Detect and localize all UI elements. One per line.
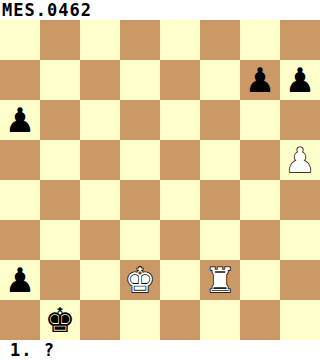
square-c7[interactable]	[80, 60, 120, 100]
square-g7[interactable]: ♟	[240, 60, 280, 100]
square-h5[interactable]: ♟	[280, 140, 320, 180]
square-g1[interactable]	[240, 300, 280, 340]
square-f3[interactable]	[200, 220, 240, 260]
white-king[interactable]: ♚	[125, 260, 155, 300]
square-e1[interactable]	[160, 300, 200, 340]
square-h7[interactable]: ♟	[280, 60, 320, 100]
black-pawn[interactable]: ♟	[245, 60, 275, 100]
square-d5[interactable]	[120, 140, 160, 180]
chess-diagram: MES.0462 ♟♟♟♟♟♚♜♚ 1. ?	[0, 0, 320, 360]
white-rook[interactable]: ♜	[205, 260, 235, 300]
square-c5[interactable]	[80, 140, 120, 180]
square-h6[interactable]	[280, 100, 320, 140]
square-h3[interactable]	[280, 220, 320, 260]
square-d8[interactable]	[120, 20, 160, 60]
square-d6[interactable]	[120, 100, 160, 140]
black-pawn[interactable]: ♟	[5, 100, 35, 140]
square-f5[interactable]	[200, 140, 240, 180]
square-f7[interactable]	[200, 60, 240, 100]
square-b6[interactable]	[40, 100, 80, 140]
square-f8[interactable]	[200, 20, 240, 60]
square-b8[interactable]	[40, 20, 80, 60]
square-a4[interactable]	[0, 180, 40, 220]
black-pawn[interactable]: ♟	[285, 60, 315, 100]
square-a5[interactable]	[0, 140, 40, 180]
square-c8[interactable]	[80, 20, 120, 60]
square-a7[interactable]	[0, 60, 40, 100]
black-king[interactable]: ♚	[45, 300, 75, 340]
square-g3[interactable]	[240, 220, 280, 260]
square-g8[interactable]	[240, 20, 280, 60]
square-f1[interactable]	[200, 300, 240, 340]
square-a3[interactable]	[0, 220, 40, 260]
square-f4[interactable]	[200, 180, 240, 220]
square-e5[interactable]	[160, 140, 200, 180]
black-pawn[interactable]: ♟	[5, 260, 35, 300]
square-h2[interactable]	[280, 260, 320, 300]
square-d4[interactable]	[120, 180, 160, 220]
square-c1[interactable]	[80, 300, 120, 340]
square-d3[interactable]	[120, 220, 160, 260]
square-a8[interactable]	[0, 20, 40, 60]
square-d1[interactable]	[120, 300, 160, 340]
square-e3[interactable]	[160, 220, 200, 260]
square-b4[interactable]	[40, 180, 80, 220]
square-d7[interactable]	[120, 60, 160, 100]
square-c4[interactable]	[80, 180, 120, 220]
square-f2[interactable]: ♜	[200, 260, 240, 300]
diagram-title: MES.0462	[0, 0, 320, 20]
move-prompt: 1. ?	[0, 340, 320, 360]
square-g5[interactable]	[240, 140, 280, 180]
square-d2[interactable]: ♚	[120, 260, 160, 300]
square-e2[interactable]	[160, 260, 200, 300]
square-h1[interactable]	[280, 300, 320, 340]
white-pawn[interactable]: ♟	[285, 140, 315, 180]
square-e4[interactable]	[160, 180, 200, 220]
square-h4[interactable]	[280, 180, 320, 220]
square-h8[interactable]	[280, 20, 320, 60]
chess-board[interactable]: ♟♟♟♟♟♚♜♚	[0, 20, 320, 340]
square-g2[interactable]	[240, 260, 280, 300]
square-b3[interactable]	[40, 220, 80, 260]
square-c6[interactable]	[80, 100, 120, 140]
square-b7[interactable]	[40, 60, 80, 100]
square-c3[interactable]	[80, 220, 120, 260]
square-c2[interactable]	[80, 260, 120, 300]
square-b2[interactable]	[40, 260, 80, 300]
square-e7[interactable]	[160, 60, 200, 100]
square-e8[interactable]	[160, 20, 200, 60]
square-a6[interactable]: ♟	[0, 100, 40, 140]
square-a2[interactable]: ♟	[0, 260, 40, 300]
square-g4[interactable]	[240, 180, 280, 220]
square-g6[interactable]	[240, 100, 280, 140]
square-b1[interactable]: ♚	[40, 300, 80, 340]
square-e6[interactable]	[160, 100, 200, 140]
square-f6[interactable]	[200, 100, 240, 140]
square-b5[interactable]	[40, 140, 80, 180]
square-a1[interactable]	[0, 300, 40, 340]
